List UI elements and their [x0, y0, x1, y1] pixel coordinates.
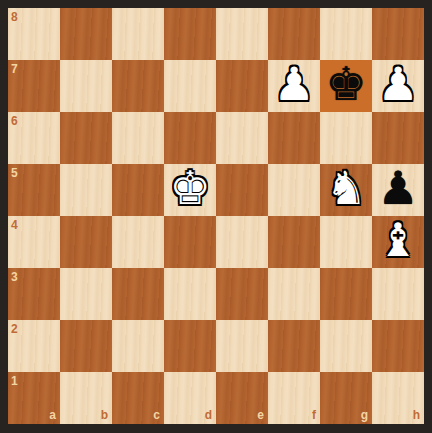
square-c2[interactable]: [112, 320, 164, 372]
piece-black-king[interactable]: ♚: [325, 61, 366, 107]
square-c6[interactable]: [112, 112, 164, 164]
square-b7[interactable]: [60, 60, 112, 112]
square-b6[interactable]: [60, 112, 112, 164]
file-label-a: a: [49, 409, 56, 421]
rank-label-5: 5: [11, 167, 18, 179]
square-b8[interactable]: [60, 8, 112, 60]
rank-label-8: 8: [11, 11, 18, 23]
square-f3[interactable]: [268, 268, 320, 320]
rank-label-2: 2: [11, 323, 18, 335]
square-b4[interactable]: [60, 216, 112, 268]
square-d3[interactable]: [164, 268, 216, 320]
square-h4[interactable]: ♝: [372, 216, 424, 268]
square-h3[interactable]: [372, 268, 424, 320]
square-h5[interactable]: ♟: [372, 164, 424, 216]
file-label-e: e: [257, 409, 264, 421]
file-label-h: h: [413, 409, 420, 421]
file-label-f: f: [312, 409, 316, 421]
square-b3[interactable]: [60, 268, 112, 320]
square-g3[interactable]: [320, 268, 372, 320]
rank-label-3: 3: [11, 271, 18, 283]
square-f1[interactable]: f: [268, 372, 320, 424]
square-b1[interactable]: b: [60, 372, 112, 424]
piece-white-pawn[interactable]: ♟: [273, 61, 314, 107]
square-c4[interactable]: [112, 216, 164, 268]
square-g6[interactable]: [320, 112, 372, 164]
square-d4[interactable]: [164, 216, 216, 268]
square-c5[interactable]: [112, 164, 164, 216]
square-a1[interactable]: 1a: [8, 372, 60, 424]
piece-white-knight[interactable]: ♞: [325, 165, 366, 211]
square-f6[interactable]: [268, 112, 320, 164]
square-c8[interactable]: [112, 8, 164, 60]
square-c3[interactable]: [112, 268, 164, 320]
square-e4[interactable]: [216, 216, 268, 268]
square-h8[interactable]: [372, 8, 424, 60]
square-e2[interactable]: [216, 320, 268, 372]
square-a6[interactable]: 6: [8, 112, 60, 164]
rank-label-7: 7: [11, 63, 18, 75]
square-c7[interactable]: [112, 60, 164, 112]
chess-board-frame: 87♟♚♟65♚♞♟4♝321abcdefgh: [0, 0, 432, 433]
piece-black-pawn[interactable]: ♟: [377, 165, 418, 211]
piece-white-bishop[interactable]: ♝: [377, 217, 418, 263]
square-g8[interactable]: [320, 8, 372, 60]
file-label-b: b: [101, 409, 108, 421]
square-c1[interactable]: c: [112, 372, 164, 424]
square-a7[interactable]: 7: [8, 60, 60, 112]
square-e5[interactable]: [216, 164, 268, 216]
square-b2[interactable]: [60, 320, 112, 372]
file-label-c: c: [153, 409, 160, 421]
square-e7[interactable]: [216, 60, 268, 112]
square-a8[interactable]: 8: [8, 8, 60, 60]
square-d2[interactable]: [164, 320, 216, 372]
square-e8[interactable]: [216, 8, 268, 60]
square-h7[interactable]: ♟: [372, 60, 424, 112]
rank-label-4: 4: [11, 219, 18, 231]
square-g1[interactable]: g: [320, 372, 372, 424]
square-h2[interactable]: [372, 320, 424, 372]
piece-white-king[interactable]: ♚: [169, 165, 210, 211]
rank-label-1: 1: [11, 375, 18, 387]
square-f2[interactable]: [268, 320, 320, 372]
chess-board: 87♟♚♟65♚♞♟4♝321abcdefgh: [8, 8, 424, 424]
square-f7[interactable]: ♟: [268, 60, 320, 112]
square-a5[interactable]: 5: [8, 164, 60, 216]
square-d1[interactable]: d: [164, 372, 216, 424]
square-g7[interactable]: ♚: [320, 60, 372, 112]
square-d5[interactable]: ♚: [164, 164, 216, 216]
square-g2[interactable]: [320, 320, 372, 372]
square-f8[interactable]: [268, 8, 320, 60]
rank-label-6: 6: [11, 115, 18, 127]
file-label-g: g: [361, 409, 368, 421]
square-h6[interactable]: [372, 112, 424, 164]
square-d8[interactable]: [164, 8, 216, 60]
square-e6[interactable]: [216, 112, 268, 164]
square-d7[interactable]: [164, 60, 216, 112]
square-b5[interactable]: [60, 164, 112, 216]
square-a4[interactable]: 4: [8, 216, 60, 268]
piece-white-pawn[interactable]: ♟: [377, 61, 418, 107]
square-e3[interactable]: [216, 268, 268, 320]
square-e1[interactable]: e: [216, 372, 268, 424]
square-f4[interactable]: [268, 216, 320, 268]
square-h1[interactable]: h: [372, 372, 424, 424]
file-label-d: d: [205, 409, 212, 421]
square-a3[interactable]: 3: [8, 268, 60, 320]
square-d6[interactable]: [164, 112, 216, 164]
square-g4[interactable]: [320, 216, 372, 268]
square-a2[interactable]: 2: [8, 320, 60, 372]
square-g5[interactable]: ♞: [320, 164, 372, 216]
square-f5[interactable]: [268, 164, 320, 216]
